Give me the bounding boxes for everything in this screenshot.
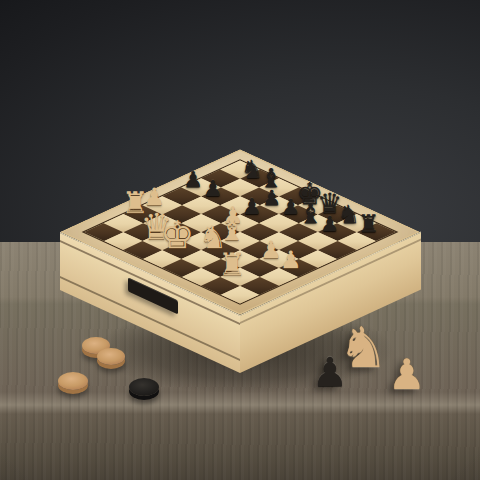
- loose-natural-pawn: ♟: [388, 354, 426, 396]
- checker-disc-black: [129, 378, 159, 396]
- photo-scene: ♞♝♚♛♞♜♟♟♝♟♟♟♟♟♟♝♟♟♜♞♛♚♜ ♞♟♟: [0, 0, 480, 480]
- loose-black-pawn: ♟: [312, 352, 348, 392]
- checker-disc-natural: [97, 348, 125, 365]
- checker-disc-natural: [58, 372, 88, 390]
